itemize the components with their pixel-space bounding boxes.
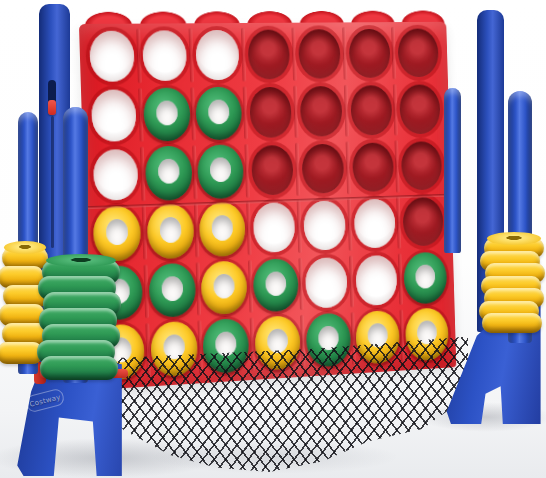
ring-stack-left-green: [40, 260, 118, 380]
board-assembly: [79, 22, 456, 390]
green-disc: [197, 144, 244, 199]
green-ring: [40, 356, 118, 380]
empty-hole: [300, 86, 343, 136]
brand-logo-badge: Costway: [25, 388, 66, 414]
empty-hole: [398, 29, 439, 78]
green-disc: [148, 262, 196, 318]
cell-c1r2: [86, 86, 141, 146]
cell-c4r3: [246, 141, 299, 200]
cell-c1r1: [84, 27, 140, 87]
post-groove: [51, 116, 54, 248]
yellow-disc: [93, 206, 142, 262]
cell-c2r4: [143, 201, 198, 262]
empty-hole: [350, 86, 392, 136]
cell-c2r5: [145, 260, 199, 321]
cell-c3r2: [192, 84, 246, 143]
yellow-disc: [201, 260, 248, 316]
cell-c5r1: [293, 25, 345, 83]
empty-hole: [252, 202, 295, 253]
cell-c4r1: [242, 26, 295, 84]
yellow-disc: [146, 204, 194, 260]
empty-hole: [399, 85, 440, 134]
cell-c6r1: [344, 25, 395, 82]
ring-stack-right-yellow: [482, 238, 542, 333]
cell-c3r5: [198, 258, 252, 319]
cell-c6r5: [351, 251, 402, 310]
cell-c7r4: [398, 193, 448, 251]
empty-hole: [195, 30, 239, 81]
yellow-disc: [199, 202, 246, 257]
green-disc: [403, 251, 447, 305]
cell-c5r3: [297, 139, 349, 198]
green-disc: [253, 258, 299, 313]
empty-hole: [302, 143, 345, 193]
cell-c3r3: [194, 142, 248, 202]
red-release-slider: [48, 100, 56, 115]
cell-c2r3: [141, 143, 196, 203]
cell-c2r1: [138, 26, 193, 85]
empty-hole: [401, 141, 442, 191]
empty-hole: [93, 149, 139, 201]
empty-hole: [352, 142, 394, 192]
empty-hole: [143, 30, 188, 81]
cell-c7r5: [400, 249, 450, 308]
cell-c2r2: [139, 85, 194, 145]
cell-c7r2: [395, 81, 445, 138]
cell-c7r3: [397, 137, 447, 195]
empty-hole: [303, 200, 346, 251]
ring-toss-pole-right-back: [444, 88, 461, 253]
game-board: [79, 22, 456, 390]
cell-c6r2: [345, 82, 396, 140]
cell-c5r2: [295, 82, 347, 140]
empty-hole: [353, 199, 395, 249]
empty-hole: [91, 90, 137, 142]
green-disc: [195, 86, 242, 140]
empty-hole: [403, 197, 444, 247]
empty-hole: [251, 145, 294, 196]
cell-c4r2: [244, 83, 297, 142]
cell-c1r3: [88, 144, 143, 205]
product-photo-giant-connect-four: Costway: [0, 0, 546, 478]
yellow-ring: [482, 313, 542, 333]
empty-hole: [247, 30, 290, 80]
empty-hole: [348, 29, 390, 78]
cell-c5r5: [300, 253, 352, 313]
empty-hole: [249, 87, 292, 137]
green-disc: [145, 145, 193, 200]
cell-c4r4: [248, 198, 301, 258]
cell-c3r1: [190, 26, 244, 85]
empty-hole: [89, 31, 135, 82]
brand-logo-text: Costway: [29, 393, 62, 408]
cell-c3r4: [196, 200, 250, 260]
green-disc: [143, 87, 191, 142]
cell-c5r4: [299, 196, 351, 255]
empty-hole: [355, 255, 397, 306]
empty-hole: [298, 29, 341, 79]
cell-c6r4: [349, 194, 400, 253]
cell-c6r3: [347, 138, 398, 196]
cell-c7r1: [393, 25, 443, 82]
empty-hole: [305, 257, 348, 308]
cell-c4r5: [249, 255, 302, 315]
